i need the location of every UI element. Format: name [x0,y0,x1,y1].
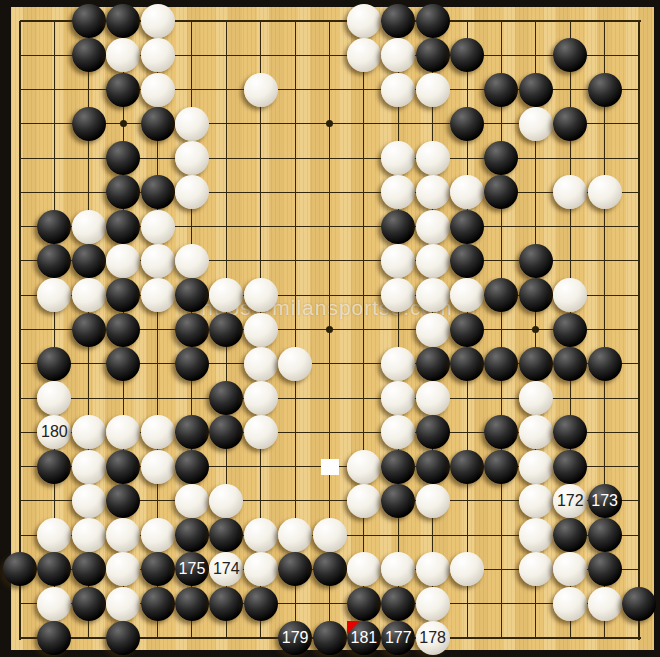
go-stone-black [381,210,415,244]
go-stone-white [244,415,278,449]
go-stone-black [347,587,381,621]
go-stone-white [244,347,278,381]
go-stone-black [622,587,656,621]
go-stone-white [588,175,622,209]
go-stone-white [278,347,312,381]
go-stone-black [313,621,347,655]
go-stone-white [175,107,209,141]
grid-line [501,21,502,639]
go-stone-black [416,4,450,38]
last-move-triangle-marker [347,621,360,634]
star-point [120,120,127,127]
go-stone-white [416,381,450,415]
go-stone-black [141,552,175,586]
go-stone-black [313,552,347,586]
go-stone-black [141,107,175,141]
go-stone-black [416,38,450,72]
go-stone-white [106,244,140,278]
go-stone-white [416,278,450,312]
go-stone-white [553,587,587,621]
go-stone-black [278,621,312,655]
go-stone-white [416,621,450,655]
go-stone-white [175,244,209,278]
go-stone-white [416,587,450,621]
go-stone-black [106,313,140,347]
go-stone-white [313,518,347,552]
star-point [326,326,333,333]
go-stone-white [141,244,175,278]
go-stone-white [519,415,553,449]
go-stone-black [72,587,106,621]
go-stone-white [416,552,450,586]
go-stone-black [209,313,243,347]
go-stone-white [175,484,209,518]
go-stone-black [209,587,243,621]
go-stone-black [37,210,71,244]
go-stone-black [106,621,140,655]
go-stone-black [381,587,415,621]
go-stone-white [106,587,140,621]
go-stone-white [141,518,175,552]
go-stone-white [519,518,553,552]
go-stone-white [588,587,622,621]
go-stone-white [244,278,278,312]
go-stone-white [416,210,450,244]
go-stone-white [347,450,381,484]
go-stone-white [141,73,175,107]
go-stone-white [416,73,450,107]
go-stone-white [519,107,553,141]
go-stone-black [553,107,587,141]
go-stone-black [106,210,140,244]
go-stone-white [244,552,278,586]
go-stone-black [588,552,622,586]
go-stone-black [450,313,484,347]
go-stone-black [450,210,484,244]
go-stone-black [175,347,209,381]
go-stone-white [141,38,175,72]
go-stone-black [106,484,140,518]
go-stone-white [141,278,175,312]
go-stone-black [416,450,450,484]
go-stone-black [175,587,209,621]
go-stone-black [588,347,622,381]
go-stone-black [72,552,106,586]
go-stone-white [416,244,450,278]
go-stone-black [141,175,175,209]
go-stone-white [244,518,278,552]
go-stone-black [553,450,587,484]
go-stone-black [519,278,553,312]
go-stone-black [106,347,140,381]
go-stone-black [553,313,587,347]
go-stone-black [450,107,484,141]
go-stone-white [416,484,450,518]
go-stone-black [72,107,106,141]
go-stone-black [588,484,622,518]
go-stone-black [72,244,106,278]
go-stone-white [381,347,415,381]
go-stone-black [106,73,140,107]
go-stone-white [141,210,175,244]
go-stone-black [588,518,622,552]
white-square-marker [321,459,339,475]
go-stone-white [72,415,106,449]
go-stone-black [553,347,587,381]
go-stone-black [175,278,209,312]
go-stone-white [416,141,450,175]
go-stone-black [416,415,450,449]
go-stone-black [175,518,209,552]
go-stone-white [244,381,278,415]
go-stone-black [484,450,518,484]
go-stone-black [37,347,71,381]
go-stone-black [72,38,106,72]
go-stone-white [72,484,106,518]
go-stone-white [416,175,450,209]
go-stone-white [519,381,553,415]
grid-line [638,21,640,640]
go-stone-white [175,141,209,175]
go-stone-white [381,73,415,107]
go-diagram-screenshot: https://milansportse.com 180175174172173… [0,0,660,657]
go-stone-white [347,484,381,518]
go-stone-white [381,244,415,278]
go-stone-white [416,313,450,347]
go-stone-black [72,313,106,347]
grid-line [19,21,21,640]
go-stone-black [244,587,278,621]
go-stone-black [106,4,140,38]
grid-line [398,21,399,639]
go-stone-black [141,587,175,621]
go-stone-white [244,73,278,107]
go-stone-white [72,278,106,312]
go-stone-black [416,347,450,381]
go-stone-black [484,347,518,381]
go-stone-white [347,4,381,38]
go-stone-white [347,38,381,72]
go-stone-white [244,313,278,347]
go-stone-white [37,587,71,621]
go-stone-black [519,347,553,381]
go-stone-white [141,4,175,38]
go-stone-black [106,450,140,484]
go-stone-white [519,450,553,484]
go-stone-white [141,450,175,484]
grid-line [363,21,364,639]
go-stone-black [175,313,209,347]
go-stone-black [450,347,484,381]
go-stone-black [484,73,518,107]
go-stone-black [588,73,622,107]
go-stone-white [519,484,553,518]
go-stone-white [72,518,106,552]
go-stone-black [37,450,71,484]
go-stone-black [175,450,209,484]
go-stone-white [553,484,587,518]
go-stone-white [209,484,243,518]
go-stone-black [72,4,106,38]
go-stone-black [519,73,553,107]
go-stone-black [519,244,553,278]
go-stone-black [381,450,415,484]
go-stone-black [381,484,415,518]
go-stone-white [72,210,106,244]
go-stone-black [450,244,484,278]
go-stone-black [450,450,484,484]
go-stone-white [72,450,106,484]
go-stone-white [141,415,175,449]
